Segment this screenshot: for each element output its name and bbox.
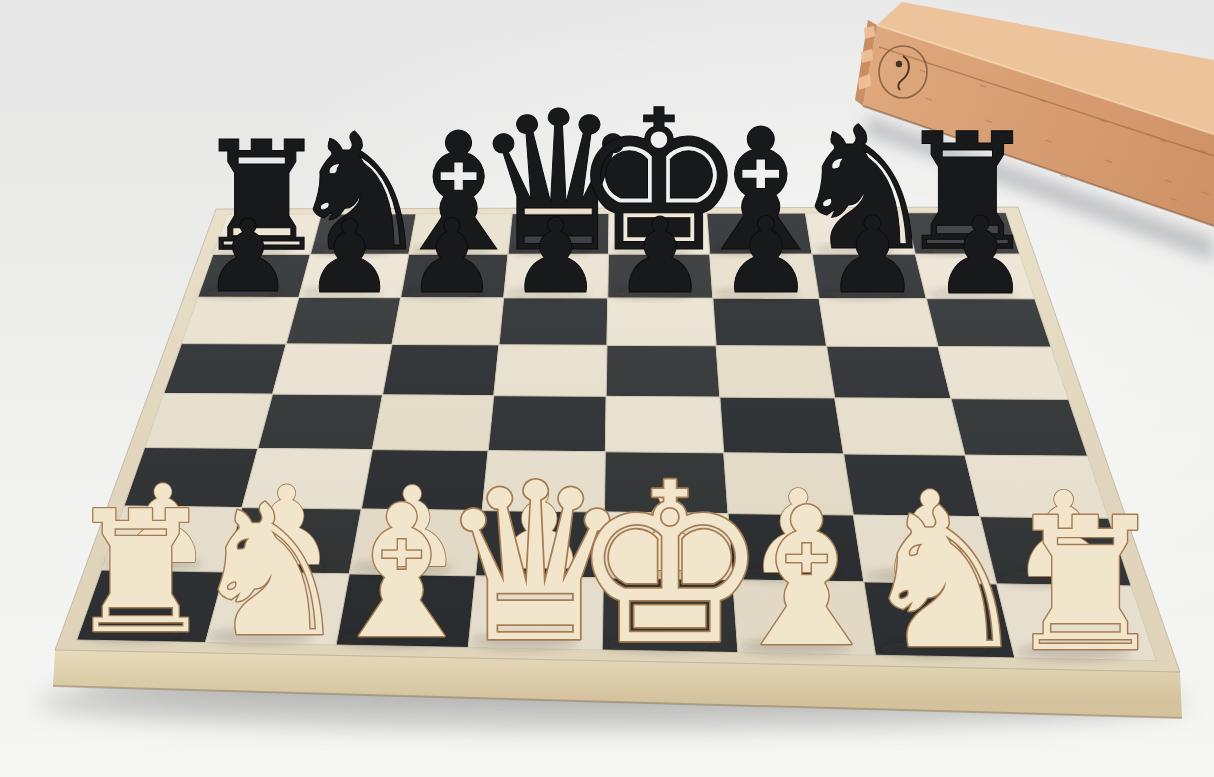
square-g5 xyxy=(827,346,951,398)
square-f5 xyxy=(716,346,835,398)
square-h5 xyxy=(938,347,1068,400)
piece-black-pawn-b7: ♟ xyxy=(304,198,395,316)
square-a5 xyxy=(164,344,286,395)
bauhaus-chess-photo: ♜♞♝♛♚♝♞♜♟♟♟♟♟♟♟♟♟♟♟♟♟♟♟♟♜♞♝♛♚♝♞♜ xyxy=(0,0,1214,777)
square-d5 xyxy=(494,345,607,397)
scene-svg: ♜♞♝♛♚♝♞♜♟♟♟♟♟♟♟♟♟♟♟♟♟♟♟♟♜♞♝♛♚♝♞♜ xyxy=(0,0,1214,777)
square-a4 xyxy=(145,394,273,449)
piece-white-rook-h1: ♜ xyxy=(1003,478,1168,692)
stamp-knight-eye xyxy=(896,61,902,67)
square-c5 xyxy=(383,345,499,396)
square-h4 xyxy=(951,399,1088,457)
square-g4 xyxy=(835,398,965,455)
piece-black-pawn-e7: ♟ xyxy=(614,195,707,317)
piece-black-pawn-d7: ♟ xyxy=(509,196,601,316)
piece-black-pawn-h7: ♟ xyxy=(932,194,1028,318)
piece-black-pawn-g7: ♟ xyxy=(825,194,920,317)
square-e5 xyxy=(606,345,720,397)
piece-black-pawn-c7: ♟ xyxy=(406,197,497,316)
piece-black-pawn-f7: ♟ xyxy=(719,195,813,317)
piece-black-pawn-a7: ♟ xyxy=(203,198,293,315)
square-b5 xyxy=(273,344,392,395)
square-b4 xyxy=(258,394,383,449)
